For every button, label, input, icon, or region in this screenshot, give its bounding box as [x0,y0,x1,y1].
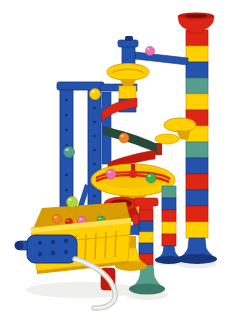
tube-segment-blue [186,62,208,78]
tray-marble-orange-highlight [54,216,57,218]
ladder-marble-lime-highlight [68,198,72,200]
tube-segment-red [162,210,176,222]
tube-segment-yellow [186,222,208,238]
chute-marble-orange [119,133,129,143]
sweeper-hub [129,170,137,178]
tube-segment-yellow [162,222,176,234]
tray-marble-green-highlight [98,217,101,219]
tower-foot-base [177,254,217,264]
tube-segment-red [162,234,176,246]
chute-cap [118,40,138,47]
tube-segment-teal [186,78,208,94]
tube-segment-red [139,210,153,221]
tube-segment-blue [139,221,153,232]
tube-segment-yellow [186,46,208,62]
chute-knob [125,36,133,41]
c2-segments [162,186,176,246]
funnel-mouth [185,14,208,18]
ramp-marble-pink-highlight [147,48,150,50]
ladder-marble-lime [67,197,78,208]
tray-marble-orange [53,215,62,224]
tube-segment-blue [139,243,153,254]
c2-foot-base [155,256,183,264]
tube-segment-yellow [186,94,208,110]
ladder-marble-teal [64,147,75,158]
ladder-marble-yellow [90,89,101,100]
chute-marble-orange-highlight [121,135,124,137]
tower-spiral-disc [164,118,196,132]
entry-ramp [135,52,188,65]
c1-segments [139,210,153,265]
c1-foot-base [129,284,165,295]
tube-segment-yellow [119,86,136,99]
tray-marble-red-highlight [67,220,69,222]
small-spiral-disc [155,134,179,144]
dish-marble-green-highlight [148,175,151,177]
column-c2 [155,186,183,264]
tube-segment-blue [186,158,208,174]
tube-segment-red [186,174,208,190]
marble-run-illustration [0,0,236,315]
dish-marble-pink-highlight [108,171,111,173]
ramp-marble-pink [146,47,155,56]
dish-marble-pink [106,169,116,179]
crank-body [27,235,77,263]
dish-marble-green [146,173,156,183]
tray-marble-pink-highlight [79,218,82,220]
crank-knob [15,241,24,250]
tube-segment-yellow [139,232,153,243]
ladder-marble-teal-highlight [65,148,69,150]
tube-segment-blue [186,190,208,206]
tube-segment-teal [186,142,208,158]
ladder-marble-yellow-highlight [91,90,95,92]
tube-segment-red [186,206,208,222]
c1-tee-top [134,198,158,206]
marble-run-product-photo: Marble run construction toy on white bac… [0,0,236,315]
tube-segment-teal [162,186,176,198]
tube-segment-blue [162,198,176,210]
